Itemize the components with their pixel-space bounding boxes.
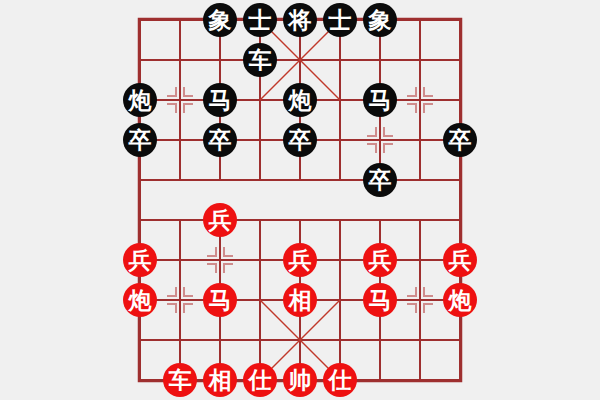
piece-red-soldier-i7[interactable]: 兵 xyxy=(443,243,477,277)
piece-red-chariot-b10[interactable]: 车 xyxy=(163,363,197,397)
piece-black-advisor-d1[interactable]: 士 xyxy=(243,3,277,37)
piece-black-chariot-d2[interactable]: 车 xyxy=(243,43,277,77)
piece-red-soldier-c6[interactable]: 兵 xyxy=(203,203,237,237)
piece-black-cannon-e3[interactable]: 炮 xyxy=(283,83,317,117)
piece-red-soldier-g7[interactable]: 兵 xyxy=(363,243,397,277)
piece-black-elephant-g1[interactable]: 象 xyxy=(363,3,397,37)
piece-red-king-e10[interactable]: 帅 xyxy=(283,363,317,397)
piece-black-cannon-a3[interactable]: 炮 xyxy=(123,83,157,117)
piece-black-soldier-e4[interactable]: 卒 xyxy=(283,123,317,157)
piece-red-advisor-f10[interactable]: 仕 xyxy=(323,363,357,397)
piece-black-horse-c3[interactable]: 马 xyxy=(203,83,237,117)
piece-black-advisor-f1[interactable]: 士 xyxy=(323,3,357,37)
piece-red-elephant-c10[interactable]: 相 xyxy=(203,363,237,397)
board-grid xyxy=(0,0,600,400)
piece-black-soldier-g5[interactable]: 卒 xyxy=(363,163,397,197)
piece-black-soldier-c4[interactable]: 卒 xyxy=(203,123,237,157)
piece-red-horse-g8[interactable]: 马 xyxy=(363,283,397,317)
piece-red-cannon-i8[interactable]: 炮 xyxy=(443,283,477,317)
piece-black-king-e1[interactable]: 将 xyxy=(283,3,317,37)
piece-black-soldier-i4[interactable]: 卒 xyxy=(443,123,477,157)
piece-red-advisor-d10[interactable]: 仕 xyxy=(243,363,277,397)
piece-red-soldier-a7[interactable]: 兵 xyxy=(123,243,157,277)
piece-black-horse-g3[interactable]: 马 xyxy=(363,83,397,117)
piece-black-soldier-a4[interactable]: 卒 xyxy=(123,123,157,157)
xiangqi-board[interactable]: 象士将士象车炮马炮马卒卒卒卒卒兵兵兵兵兵炮马相马炮车相仕帅仕 xyxy=(0,0,600,400)
piece-red-horse-c8[interactable]: 马 xyxy=(203,283,237,317)
piece-red-soldier-e7[interactable]: 兵 xyxy=(283,243,317,277)
piece-red-cannon-a8[interactable]: 炮 xyxy=(123,283,157,317)
piece-black-elephant-c1[interactable]: 象 xyxy=(203,3,237,37)
piece-red-elephant-e8[interactable]: 相 xyxy=(283,283,317,317)
